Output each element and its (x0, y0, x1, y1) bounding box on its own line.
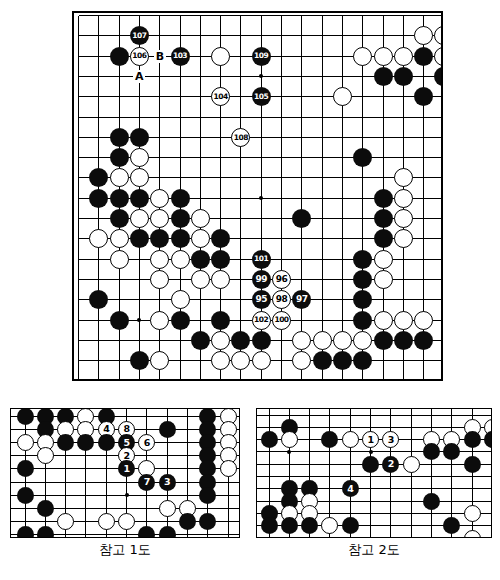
go-stone-white (374, 311, 393, 330)
grid-line (411, 409, 412, 537)
go-stone-white-1: 1 (362, 431, 379, 448)
go-stone-black (353, 290, 372, 309)
go-stone-white (353, 47, 372, 66)
go-stone-black (17, 408, 34, 425)
go-stone-black (17, 487, 34, 504)
go-stone-black (374, 189, 393, 208)
go-stone-white (110, 168, 129, 187)
go-stone-black-109: 109 (252, 47, 271, 66)
go-stone-black (37, 526, 54, 538)
go-stone-black (414, 47, 433, 66)
go-stone-white-3: 3 (382, 431, 399, 448)
go-stone-black (150, 229, 169, 248)
go-stone-white (89, 229, 108, 248)
go-stone-black (353, 148, 372, 167)
grid-line (257, 415, 491, 416)
go-stone-black (110, 209, 129, 228)
go-stone-black (353, 311, 372, 330)
go-stone-black (110, 148, 129, 167)
go-stone-white (353, 331, 372, 350)
go-stone-white (130, 148, 149, 167)
go-stone-black-97: 97 (292, 290, 311, 309)
go-stone-black (484, 431, 492, 448)
go-stone-black (374, 229, 393, 248)
go-stone-white (191, 229, 210, 248)
go-stone-black (89, 168, 108, 187)
go-stone-black (434, 67, 443, 86)
go-stone-white (130, 209, 149, 228)
go-stone-white (98, 513, 115, 530)
go-stone-black (171, 311, 190, 330)
go-stone-white-100: 100 (272, 311, 291, 330)
grid-line (257, 476, 491, 477)
go-stone-black (110, 189, 129, 208)
go-stone-black (414, 87, 433, 106)
go-stone-black (171, 189, 190, 208)
go-stone-white (394, 189, 413, 208)
grid-line (431, 409, 432, 537)
go-stone-black-105: 105 (252, 87, 271, 106)
go-stone-white (150, 250, 169, 269)
go-stone-black-7: 7 (138, 474, 155, 491)
go-stone-black (138, 526, 155, 538)
go-stone-black (252, 331, 271, 350)
go-stone-black (110, 47, 129, 66)
go-stone-black (191, 250, 210, 269)
go-stone-white (374, 250, 393, 269)
go-stone-black (159, 526, 176, 538)
go-stone-black (17, 460, 34, 477)
go-stone-white (150, 209, 169, 228)
go-stone-black (321, 431, 338, 448)
go-stone-white (414, 26, 433, 45)
go-stone-white-96: 96 (272, 270, 291, 289)
go-stone-black-103: 103 (171, 47, 190, 66)
go-stone-white (171, 290, 190, 309)
go-stone-black (110, 128, 129, 147)
go-stone-black (374, 209, 393, 228)
go-stone-white (403, 456, 420, 473)
star-point (137, 318, 141, 322)
go-stone-black-4: 4 (342, 480, 359, 497)
go-stone-black (211, 229, 230, 248)
go-stone-black (281, 517, 298, 534)
go-stone-white (57, 513, 74, 530)
star-point (287, 450, 291, 454)
go-stone-black (130, 229, 149, 248)
go-stone-white (292, 331, 311, 350)
point-label-B: B (154, 50, 166, 63)
go-stone-black (374, 331, 393, 350)
go-stone-black (464, 431, 481, 448)
go-stone-white (211, 270, 230, 289)
go-stone-white (414, 311, 433, 330)
go-stone-white (130, 168, 149, 187)
grid-line (79, 380, 444, 381)
go-stone-black (423, 493, 440, 510)
go-stone-black (333, 351, 352, 370)
go-stone-white (394, 229, 413, 248)
go-stone-black-3: 3 (159, 474, 176, 491)
go-stone-black (353, 351, 372, 370)
star-point (259, 74, 263, 78)
go-stone-black (342, 517, 359, 534)
main-go-board: 1071061031091041051081019996959897102100… (72, 11, 443, 381)
go-stone-white (171, 250, 190, 269)
go-stone-white (292, 351, 311, 370)
go-stone-black (89, 290, 108, 309)
go-stone-white (231, 351, 250, 370)
go-stone-white (394, 168, 413, 187)
go-stone-white (333, 331, 352, 350)
go-stone-black (374, 67, 393, 86)
go-stone-white (159, 500, 176, 517)
reference-diagram-2-board: 1324 (256, 408, 492, 538)
go-stone-black (89, 189, 108, 208)
go-stone-white (17, 434, 34, 451)
go-stone-black (394, 331, 413, 350)
go-stone-black (98, 434, 115, 451)
diagram-2-caption: 참고 2도 (256, 541, 492, 559)
go-stone-white (252, 351, 271, 370)
go-stone-white-6: 6 (138, 434, 155, 451)
go-stone-white (434, 47, 443, 66)
go-stone-black (353, 270, 372, 289)
go-stone-black (77, 434, 94, 451)
go-stone-black (199, 513, 216, 530)
go-stone-white (374, 270, 393, 289)
go-stone-black (313, 351, 332, 370)
go-stone-black (362, 456, 379, 473)
go-stone-black (199, 487, 216, 504)
go-stone-white (464, 530, 481, 539)
grid-line (390, 409, 391, 537)
go-stone-black (171, 209, 190, 228)
go-stone-white-98: 98 (272, 290, 291, 309)
go-stone-white (464, 505, 481, 522)
grid-line (257, 538, 491, 539)
go-stone-white (281, 431, 298, 448)
star-point (125, 493, 129, 497)
go-stone-black (443, 443, 460, 460)
go-stone-black (261, 431, 278, 448)
go-stone-white (394, 209, 413, 228)
point-label-A: A (133, 70, 146, 83)
go-stone-black (130, 128, 149, 147)
go-stone-black (17, 526, 34, 538)
go-stone-white-102: 102 (252, 311, 271, 330)
go-stone-black (301, 517, 318, 534)
go-stone-white (211, 331, 230, 350)
go-stone-black (159, 421, 176, 438)
go-stone-white (110, 229, 129, 248)
go-stone-white (211, 351, 230, 370)
go-stone-black-107: 107 (130, 26, 149, 45)
grid-line (79, 15, 444, 16)
go-stone-white (333, 87, 352, 106)
go-stone-white-104: 104 (211, 87, 230, 106)
go-stone-black (231, 331, 250, 350)
go-stone-white (191, 270, 210, 289)
go-stone-black (110, 311, 129, 330)
go-stone-white (434, 26, 443, 45)
go-stone-black (130, 351, 149, 370)
go-stone-white-106: 106 (130, 47, 149, 66)
go-stone-white (150, 270, 169, 289)
go-stone-black (353, 250, 372, 269)
go-stone-white (110, 250, 129, 269)
go-stone-black (37, 500, 54, 517)
go-stone-white (374, 47, 393, 66)
go-stone-black (211, 311, 230, 330)
diagram-1-caption: 참고 1도 (10, 541, 240, 559)
go-stone-black (261, 517, 278, 534)
go-stone-black (171, 229, 190, 248)
go-stone-black (394, 67, 413, 86)
go-stone-black (179, 513, 196, 530)
go-stone-white (150, 351, 169, 370)
go-stone-black-1: 1 (118, 460, 135, 477)
go-stone-white (150, 311, 169, 330)
go-stone-black (414, 331, 433, 350)
go-stone-white (313, 331, 332, 350)
go-stone-black (57, 434, 74, 451)
page: 1071061031091041051081019996959897102100… (0, 0, 500, 580)
go-stone-black-99: 99 (252, 270, 271, 289)
grid-line (79, 117, 444, 118)
grid-line (370, 409, 371, 537)
go-stone-white (220, 460, 237, 477)
go-stone-white (37, 447, 54, 464)
go-stone-white (342, 431, 359, 448)
star-point (369, 450, 373, 454)
star-point (259, 196, 263, 200)
go-stone-white (321, 517, 338, 534)
go-stone-white (211, 47, 230, 66)
go-stone-black (191, 331, 210, 350)
go-stone-black (211, 250, 230, 269)
go-stone-white (394, 311, 413, 330)
go-stone-black-95: 95 (252, 290, 271, 309)
go-stone-white (394, 47, 413, 66)
go-stone-black-2: 2 (382, 456, 399, 473)
go-stone-black (292, 209, 311, 228)
go-stone-black-101: 101 (252, 250, 271, 269)
go-stone-black (464, 456, 481, 473)
reference-diagram-1-board: 48562173 (10, 408, 240, 538)
go-stone-black (443, 517, 460, 534)
go-stone-black (130, 189, 149, 208)
go-stone-white (191, 209, 210, 228)
go-stone-white (150, 189, 169, 208)
go-stone-white-108: 108 (231, 128, 250, 147)
go-stone-black (423, 443, 440, 460)
go-stone-white (118, 513, 135, 530)
